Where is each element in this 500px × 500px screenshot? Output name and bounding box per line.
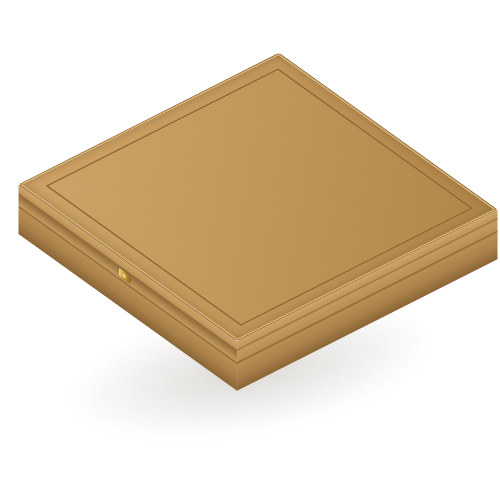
product-photo bbox=[0, 0, 500, 500]
brass-clasp-icon bbox=[119, 267, 131, 283]
